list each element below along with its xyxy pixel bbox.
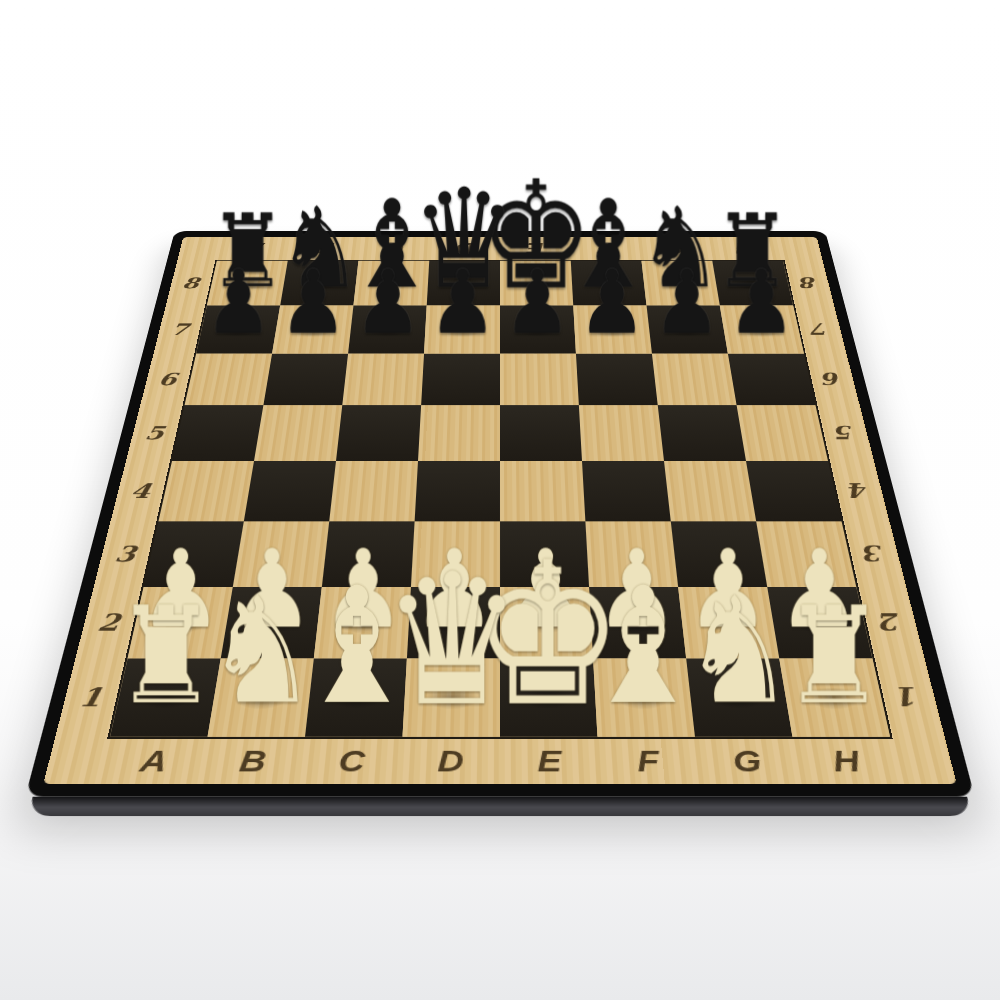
square-b5[interactable] — [254, 405, 342, 461]
file-label-a: A — [217, 237, 292, 260]
file-label-f: F — [598, 739, 701, 784]
square-d6[interactable] — [421, 354, 500, 406]
square-f4[interactable] — [582, 461, 671, 521]
chess-board: ABCDEFGH ABCDEFGH 87654321 87654321 ♜♞♝♛… — [25, 231, 975, 797]
file-label-h: H — [793, 739, 901, 784]
square-e5[interactable] — [500, 405, 582, 461]
square-c1[interactable]: ♝ — [305, 658, 407, 736]
square-f1[interactable]: ♝ — [593, 658, 695, 736]
board-wooden-frame: ABCDEFGH ABCDEFGH 87654321 87654321 ♜♞♝♛… — [43, 237, 956, 784]
file-label-g: G — [695, 739, 800, 784]
square-h7[interactable]: ♟ — [720, 306, 804, 354]
file-label-h: H — [708, 237, 783, 260]
file-label-e: E — [500, 739, 600, 784]
square-a7[interactable]: ♟ — [196, 306, 280, 354]
square-b6[interactable] — [263, 354, 348, 406]
board-perspective-wrapper: ABCDEFGH ABCDEFGH 87654321 87654321 ♜♞♝♛… — [25, 231, 975, 797]
file-label-c: C — [359, 237, 431, 260]
square-g5[interactable] — [658, 405, 746, 461]
square-h4[interactable] — [746, 461, 842, 521]
square-f7[interactable]: ♟ — [573, 306, 652, 354]
square-g6[interactable] — [652, 354, 737, 406]
square-e4[interactable] — [500, 461, 585, 521]
square-b4[interactable] — [244, 461, 336, 521]
file-label-f: F — [569, 237, 641, 260]
file-labels-top: ABCDEFGH — [217, 237, 783, 260]
file-label-d: D — [429, 237, 500, 260]
square-g4[interactable] — [664, 461, 756, 521]
square-h5[interactable] — [737, 405, 828, 461]
square-h6[interactable] — [728, 354, 816, 406]
white-rook[interactable]: ♜ — [114, 589, 217, 723]
file-label-c: C — [300, 739, 403, 784]
file-label-b: B — [288, 237, 361, 260]
square-c7[interactable]: ♟ — [348, 306, 427, 354]
square-f5[interactable] — [579, 405, 664, 461]
square-c4[interactable] — [329, 461, 418, 521]
white-rook[interactable]: ♜ — [782, 589, 885, 723]
square-g1[interactable]: ♞ — [686, 658, 792, 736]
square-a5[interactable] — [172, 405, 263, 461]
square-g7[interactable]: ♟ — [647, 306, 728, 354]
file-label-d: D — [400, 739, 500, 784]
square-b1[interactable]: ♞ — [208, 658, 314, 736]
square-h1[interactable]: ♜ — [779, 658, 890, 736]
file-label-b: B — [200, 739, 305, 784]
square-f6[interactable] — [576, 354, 658, 406]
square-a4[interactable] — [158, 461, 254, 521]
square-e6[interactable] — [500, 354, 579, 406]
square-d4[interactable] — [415, 461, 500, 521]
square-b7[interactable]: ♟ — [272, 306, 353, 354]
square-c6[interactable] — [342, 354, 424, 406]
file-label-e: E — [500, 237, 571, 260]
square-d5[interactable] — [418, 405, 500, 461]
square-a6[interactable] — [185, 354, 273, 406]
board-squares-grid: ♜♞♝♛♚♝♞♜♟♟♟♟♟♟♟♟♟♟♟♟♟♟♟♟♜♞♝♛♚♝♞♜ — [107, 260, 893, 739]
square-e7[interactable]: ♟ — [500, 306, 576, 354]
square-d7[interactable]: ♟ — [424, 306, 500, 354]
square-c5[interactable] — [336, 405, 421, 461]
file-label-g: G — [639, 237, 712, 260]
product-photo-stage: ABCDEFGH ABCDEFGH 87654321 87654321 ♜♞♝♛… — [0, 0, 1000, 1000]
file-label-a: A — [99, 739, 207, 784]
file-labels-bottom: ABCDEFGH — [99, 739, 900, 784]
